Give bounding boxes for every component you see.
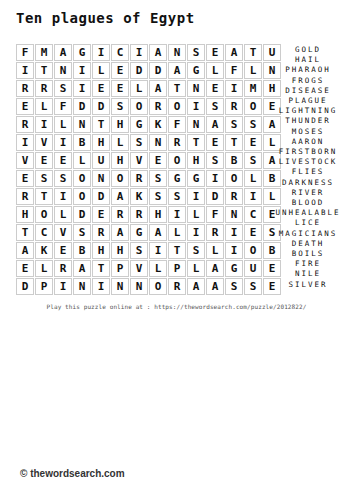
word-grid: FMAGICIANSEATUITNILEDDAGLFLNRRSIEELATNEI…	[16, 44, 281, 295]
grid-cell-r5c1[interactable]: R	[16, 116, 34, 133]
grid-cell-r7c9[interactable]: O	[168, 152, 186, 169]
grid-cell-r4c1[interactable]: E	[16, 98, 34, 115]
grid-cell-r10c12[interactable]: N	[225, 206, 243, 223]
grid-cell-r1c13[interactable]: T	[244, 44, 262, 61]
grid-cell-r7c7[interactable]: V	[130, 152, 148, 169]
grid-cell-r6c13[interactable]: E	[244, 134, 262, 151]
grid-cell-r13c9[interactable]: P	[168, 260, 186, 277]
grid-cell-r4c5[interactable]: D	[92, 98, 110, 115]
grid-cell-r2c3[interactable]: N	[54, 62, 72, 79]
grid-cell-r13c3[interactable]: R	[54, 260, 72, 277]
grid-cell-r3c5[interactable]: E	[92, 80, 110, 97]
grid-cell-r3c12[interactable]: I	[225, 80, 243, 97]
grid-cell-r6c9[interactable]: R	[168, 134, 186, 151]
grid-cell-r7c10[interactable]: H	[187, 152, 205, 169]
grid-cell-r7c3[interactable]: E	[54, 152, 72, 169]
grid-cell-r12c7[interactable]: S	[130, 242, 148, 259]
grid-cell-r11c6[interactable]: A	[111, 224, 129, 241]
grid-cell-r10c4[interactable]: D	[73, 206, 91, 223]
grid-cell-r10c2[interactable]: O	[35, 206, 53, 223]
grid-cell-r10c3[interactable]: L	[54, 206, 72, 223]
grid-cell-r14c7[interactable]: N	[130, 278, 148, 295]
grid-cell-r9c1[interactable]: R	[16, 188, 34, 205]
grid-cell-r10c8[interactable]: H	[149, 206, 167, 223]
grid-cell-r11c2[interactable]: C	[35, 224, 53, 241]
word-list-item: FIRSTBORN	[272, 147, 344, 157]
grid-cell-r14c4[interactable]: N	[73, 278, 91, 295]
grid-cell-r1c7[interactable]: I	[130, 44, 148, 61]
grid-cell-r12c3[interactable]: E	[54, 242, 72, 259]
play-online-link[interactable]: Play this puzzle online at : https://the…	[0, 303, 353, 310]
word-list-item: UNHEALABLE	[272, 208, 344, 218]
grid-cell-r6c3[interactable]: I	[54, 134, 72, 151]
grid-cell-r1c4[interactable]: G	[73, 44, 91, 61]
grid-cell-r13c11[interactable]: A	[206, 260, 224, 277]
grid-cell-r1c12[interactable]: A	[225, 44, 243, 61]
word-list-item: AARON	[272, 137, 344, 147]
word-list-item: BOILS	[272, 249, 344, 259]
grid-cell-r12c6[interactable]: H	[111, 242, 129, 259]
grid-cell-r6c5[interactable]: H	[92, 134, 110, 151]
grid-cell-r2c13[interactable]: L	[244, 62, 262, 79]
grid-cell-r9c3[interactable]: I	[54, 188, 72, 205]
grid-cell-r6c1[interactable]: I	[16, 134, 34, 151]
grid-cell-r4c10[interactable]: I	[187, 98, 205, 115]
grid-cell-r10c13[interactable]: C	[244, 206, 262, 223]
grid-cell-r8c5[interactable]: N	[92, 170, 110, 187]
grid-cell-r8c1[interactable]: E	[16, 170, 34, 187]
grid-cell-r3c7[interactable]: L	[130, 80, 148, 97]
word-list-item: DISEASE	[272, 86, 344, 96]
grid-cell-r11c9[interactable]: L	[168, 224, 186, 241]
word-list-item: LIGHTNING	[272, 106, 344, 116]
grid-cell-r10c10[interactable]: L	[187, 206, 205, 223]
grid-cell-r5c11[interactable]: A	[206, 116, 224, 133]
grid-cell-r2c6[interactable]: E	[111, 62, 129, 79]
grid-cell-r14c11[interactable]: A	[206, 278, 224, 295]
grid-cell-r9c10[interactable]: I	[187, 188, 205, 205]
grid-cell-r9c13[interactable]: I	[244, 188, 262, 205]
grid-cell-r7c1[interactable]: V	[16, 152, 34, 169]
grid-cell-r12c9[interactable]: T	[168, 242, 186, 259]
grid-cell-r14c6[interactable]: N	[111, 278, 129, 295]
grid-cell-r5c5[interactable]: T	[92, 116, 110, 133]
grid-cell-r7c6[interactable]: H	[111, 152, 129, 169]
grid-cell-r3c3[interactable]: S	[54, 80, 72, 97]
grid-cell-r9c7[interactable]: K	[130, 188, 148, 205]
grid-cell-r5c6[interactable]: H	[111, 116, 129, 133]
grid-cell-r14c3[interactable]: I	[54, 278, 72, 295]
grid-cell-r10c9[interactable]: I	[168, 206, 186, 223]
grid-cell-r6c8[interactable]: N	[149, 134, 167, 151]
word-list-item: PLAGUE	[272, 96, 344, 106]
grid-cell-r6c12[interactable]: T	[225, 134, 243, 151]
grid-cell-r8c2[interactable]: S	[35, 170, 53, 187]
grid-cell-r8c8[interactable]: S	[149, 170, 167, 187]
grid-cell-r6c2[interactable]: V	[35, 134, 53, 151]
grid-cell-r12c11[interactable]: L	[206, 242, 224, 259]
grid-cell-r3c10[interactable]: N	[187, 80, 205, 97]
grid-cell-r11c10[interactable]: I	[187, 224, 205, 241]
grid-cell-r5c7[interactable]: G	[130, 116, 148, 133]
grid-cell-r2c9[interactable]: A	[168, 62, 186, 79]
word-list-item: LIVESTOCK	[272, 157, 344, 167]
grid-cell-r6c7[interactable]: S	[130, 134, 148, 151]
grid-cell-r4c3[interactable]: F	[54, 98, 72, 115]
grid-cell-r7c11[interactable]: S	[206, 152, 224, 169]
word-list: GOLDHAILPHARAOHFROGSDISEASEPLAGUELIGHTNI…	[272, 45, 344, 290]
grid-cell-r10c6[interactable]: R	[111, 206, 129, 223]
grid-cell-r9c2[interactable]: T	[35, 188, 53, 205]
grid-cell-r2c10[interactable]: G	[187, 62, 205, 79]
grid-cell-r4c12[interactable]: R	[225, 98, 243, 115]
word-list-item: DEATH	[272, 239, 344, 249]
word-list-item: MAGICIANS	[272, 229, 344, 239]
grid-cell-r12c8[interactable]: I	[149, 242, 167, 259]
grid-cell-r4c2[interactable]: L	[35, 98, 53, 115]
grid-cell-r11c11[interactable]: R	[206, 224, 224, 241]
grid-cell-r2c5[interactable]: L	[92, 62, 110, 79]
grid-cell-r3c13[interactable]: M	[244, 80, 262, 97]
grid-cell-r11c12[interactable]: I	[225, 224, 243, 241]
grid-cell-r5c4[interactable]: N	[73, 116, 91, 133]
grid-cell-r8c10[interactable]: G	[187, 170, 205, 187]
grid-cell-r5c8[interactable]: K	[149, 116, 167, 133]
word-list-item: FLIES	[272, 167, 344, 177]
grid-cell-r13c1[interactable]: E	[16, 260, 34, 277]
grid-cell-r13c13[interactable]: U	[244, 260, 262, 277]
grid-cell-r13c6[interactable]: P	[111, 260, 129, 277]
grid-cell-r4c6[interactable]: S	[111, 98, 129, 115]
grid-cell-r11c1[interactable]: T	[16, 224, 34, 241]
word-list-item: FROGS	[272, 76, 344, 86]
grid-cell-r8c13[interactable]: L	[244, 170, 262, 187]
grid-cell-r10c7[interactable]: R	[130, 206, 148, 223]
grid-cell-r3c8[interactable]: A	[149, 80, 167, 97]
grid-cell-r13c8[interactable]: L	[149, 260, 167, 277]
grid-cell-r9c8[interactable]: S	[149, 188, 167, 205]
grid-cell-r11c4[interactable]: S	[73, 224, 91, 241]
grid-cell-r11c7[interactable]: G	[130, 224, 148, 241]
grid-cell-r7c13[interactable]: S	[244, 152, 262, 169]
grid-cell-r8c7[interactable]: R	[130, 170, 148, 187]
grid-cell-r12c4[interactable]: B	[73, 242, 91, 259]
grid-cell-r2c2[interactable]: T	[35, 62, 53, 79]
grid-cell-r14c9[interactable]: R	[168, 278, 186, 295]
grid-cell-r1c10[interactable]: S	[187, 44, 205, 61]
grid-cell-r7c4[interactable]: L	[73, 152, 91, 169]
grid-cell-r13c4[interactable]: A	[73, 260, 91, 277]
word-list-item: BLOOD	[272, 198, 344, 208]
grid-cell-r10c5[interactable]: E	[92, 206, 110, 223]
grid-cell-r12c13[interactable]: O	[244, 242, 262, 259]
word-list-item: DARKNESS	[272, 178, 344, 188]
grid-cell-r13c10[interactable]: L	[187, 260, 205, 277]
grid-cell-r9c4[interactable]: O	[73, 188, 91, 205]
grid-cell-r11c5[interactable]: R	[92, 224, 110, 241]
grid-cell-r7c12[interactable]: B	[225, 152, 243, 169]
grid-cell-r9c5[interactable]: D	[92, 188, 110, 205]
grid-cell-r3c6[interactable]: E	[111, 80, 129, 97]
grid-cell-r5c10[interactable]: N	[187, 116, 205, 133]
word-list-item: HAIL	[272, 55, 344, 65]
grid-cell-r12c12[interactable]: I	[225, 242, 243, 259]
grid-cell-r8c12[interactable]: O	[225, 170, 243, 187]
grid-cell-r6c6[interactable]: L	[111, 134, 129, 151]
grid-cell-r1c1[interactable]: F	[16, 44, 34, 61]
grid-cell-r6c4[interactable]: B	[73, 134, 91, 151]
grid-cell-r5c9[interactable]: F	[168, 116, 186, 133]
grid-cell-r12c2[interactable]: K	[35, 242, 53, 259]
grid-cell-r14c10[interactable]: A	[187, 278, 205, 295]
grid-cell-r9c9[interactable]: S	[168, 188, 186, 205]
grid-cell-r13c12[interactable]: G	[225, 260, 243, 277]
grid-cell-r6c11[interactable]: E	[206, 134, 224, 151]
grid-cell-r13c7[interactable]: V	[130, 260, 148, 277]
grid-cell-r8c4[interactable]: O	[73, 170, 91, 187]
grid-cell-r14c13[interactable]: S	[244, 278, 262, 295]
grid-cell-r5c3[interactable]: L	[54, 116, 72, 133]
grid-cell-r3c4[interactable]: I	[73, 80, 91, 97]
grid-cell-r14c8[interactable]: O	[149, 278, 167, 295]
grid-cell-r8c3[interactable]: S	[54, 170, 72, 187]
grid-cell-r8c11[interactable]: I	[206, 170, 224, 187]
grid-cell-r11c3[interactable]: V	[54, 224, 72, 241]
grid-cell-r12c5[interactable]: H	[92, 242, 110, 259]
grid-cell-r1c2[interactable]: M	[35, 44, 53, 61]
grid-cell-r1c5[interactable]: I	[92, 44, 110, 61]
grid-cell-r3c9[interactable]: T	[168, 80, 186, 97]
grid-cell-r2c4[interactable]: I	[73, 62, 91, 79]
grid-cell-r1c6[interactable]: C	[111, 44, 129, 61]
grid-cell-r5c2[interactable]: I	[35, 116, 53, 133]
word-search-page: Ten plagues of Egypt FMAGICIANSEATUITNIL…	[0, 0, 353, 500]
grid-cell-r4c9[interactable]: O	[168, 98, 186, 115]
grid-cell-r2c1[interactable]: I	[16, 62, 34, 79]
grid-cell-r7c5[interactable]: U	[92, 152, 110, 169]
grid-cell-r10c11[interactable]: F	[206, 206, 224, 223]
grid-cell-r2c7[interactable]: D	[130, 62, 148, 79]
grid-cell-r2c12[interactable]: F	[225, 62, 243, 79]
word-list-item: NILE	[272, 269, 344, 279]
grid-cell-r4c11[interactable]: S	[206, 98, 224, 115]
grid-cell-r5c13[interactable]: S	[244, 116, 262, 133]
word-list-item: LICE	[272, 218, 344, 228]
grid-cell-r7c8[interactable]: E	[149, 152, 167, 169]
grid-cell-r12c10[interactable]: S	[187, 242, 205, 259]
word-list-item: PHARAOH	[272, 65, 344, 75]
grid-cell-r9c12[interactable]: R	[225, 188, 243, 205]
grid-cell-r6c10[interactable]: T	[187, 134, 205, 151]
word-list-item: MOSES	[272, 127, 344, 137]
grid-cell-r1c3[interactable]: A	[54, 44, 72, 61]
grid-cell-r5c12[interactable]: S	[225, 116, 243, 133]
grid-cell-r2c11[interactable]: L	[206, 62, 224, 79]
grid-cell-r4c4[interactable]: D	[73, 98, 91, 115]
grid-cell-r1c8[interactable]: A	[149, 44, 167, 61]
copyright-text: © thewordsearch.com	[20, 468, 125, 479]
grid-cell-r7c2[interactable]: E	[35, 152, 53, 169]
grid-cell-r13c2[interactable]: L	[35, 260, 53, 277]
grid-cell-r2c8[interactable]: D	[149, 62, 167, 79]
grid-cell-r11c8[interactable]: A	[149, 224, 167, 241]
grid-cell-r14c12[interactable]: S	[225, 278, 243, 295]
grid-cell-r3c1[interactable]: R	[16, 80, 34, 97]
grid-cell-r4c8[interactable]: R	[149, 98, 167, 115]
grid-cell-r10c1[interactable]: H	[16, 206, 34, 223]
word-list-item: THUNDER	[272, 116, 344, 126]
grid-cell-r1c11[interactable]: E	[206, 44, 224, 61]
page-title: Ten plagues of Egypt	[16, 10, 195, 26]
grid-cell-r8c6[interactable]: O	[111, 170, 129, 187]
grid-cell-r4c13[interactable]: O	[244, 98, 262, 115]
grid-cell-r14c1[interactable]: D	[16, 278, 34, 295]
grid-cell-r12c1[interactable]: A	[16, 242, 34, 259]
grid-cell-r8c9[interactable]: G	[168, 170, 186, 187]
grid-cell-r9c6[interactable]: A	[111, 188, 129, 205]
grid-cell-r3c11[interactable]: E	[206, 80, 224, 97]
grid-cell-r14c2[interactable]: P	[35, 278, 53, 295]
word-list-item: SILVER	[272, 280, 344, 290]
word-list-item: GOLD	[272, 45, 344, 55]
word-list-item: FIRE	[272, 259, 344, 269]
word-list-item: RIVER	[272, 188, 344, 198]
grid-cell-r11c13[interactable]: E	[244, 224, 262, 241]
grid-cell-r14c5[interactable]: I	[92, 278, 110, 295]
grid-cell-r13c5[interactable]: T	[92, 260, 110, 277]
grid-cell-r1c9[interactable]: N	[168, 44, 186, 61]
grid-cell-r3c2[interactable]: R	[35, 80, 53, 97]
grid-cell-r4c7[interactable]: O	[130, 98, 148, 115]
grid-cell-r9c11[interactable]: D	[206, 188, 224, 205]
